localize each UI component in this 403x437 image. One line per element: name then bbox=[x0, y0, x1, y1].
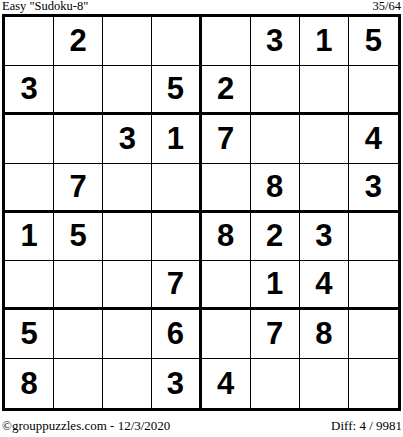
cell-r5c1[interactable]: 1 bbox=[5, 213, 54, 262]
cell-r5c2[interactable]: 5 bbox=[54, 213, 103, 262]
cell-r4c3[interactable] bbox=[103, 164, 152, 213]
difficulty-text: Diff: 4 / 9981 bbox=[331, 418, 402, 434]
cell-r7c2[interactable] bbox=[54, 310, 103, 359]
cell-r7c5[interactable] bbox=[202, 310, 251, 359]
cell-r7c8[interactable] bbox=[349, 310, 398, 359]
cell-r4c1[interactable] bbox=[5, 164, 54, 213]
cell-r3c1[interactable] bbox=[5, 115, 54, 164]
cell-r5c7[interactable]: 3 bbox=[300, 213, 349, 262]
cell-r5c5[interactable]: 8 bbox=[202, 213, 251, 262]
cell-r8c6[interactable] bbox=[251, 359, 300, 408]
cell-r2c6[interactable] bbox=[251, 66, 300, 115]
cell-r3c8[interactable]: 4 bbox=[349, 115, 398, 164]
page-header: Easy "Sudoku-8" 35/64 bbox=[2, 0, 401, 13]
cell-r5c3[interactable] bbox=[103, 213, 152, 262]
cell-r3c7[interactable] bbox=[300, 115, 349, 164]
cell-r2c4[interactable]: 5 bbox=[152, 66, 201, 115]
cell-r2c5[interactable]: 2 bbox=[202, 66, 251, 115]
cell-r2c1[interactable]: 3 bbox=[5, 66, 54, 115]
cell-r1c3[interactable] bbox=[103, 17, 152, 66]
sudoku-grid: 23153523174783158237145678834 bbox=[2, 14, 401, 411]
cell-r1c8[interactable]: 5 bbox=[349, 17, 398, 66]
cell-r2c2[interactable] bbox=[54, 66, 103, 115]
cell-r3c3[interactable]: 3 bbox=[103, 115, 152, 164]
cell-r6c8[interactable] bbox=[349, 261, 398, 310]
cell-r4c6[interactable]: 8 bbox=[251, 164, 300, 213]
cell-r2c3[interactable] bbox=[103, 66, 152, 115]
cell-r1c1[interactable] bbox=[5, 17, 54, 66]
cell-r1c4[interactable] bbox=[152, 17, 201, 66]
cell-r4c8[interactable]: 3 bbox=[349, 164, 398, 213]
cell-r7c1[interactable]: 5 bbox=[5, 310, 54, 359]
cell-r5c8[interactable] bbox=[349, 213, 398, 262]
cell-r4c7[interactable] bbox=[300, 164, 349, 213]
cell-r8c1[interactable]: 8 bbox=[5, 359, 54, 408]
cell-r8c3[interactable] bbox=[103, 359, 152, 408]
cell-r8c7[interactable] bbox=[300, 359, 349, 408]
cell-r6c4[interactable]: 7 bbox=[152, 261, 201, 310]
cell-r6c3[interactable] bbox=[103, 261, 152, 310]
cell-r8c8[interactable] bbox=[349, 359, 398, 408]
blank-cell-counter: 35/64 bbox=[373, 0, 401, 13]
cell-r2c8[interactable] bbox=[349, 66, 398, 115]
cell-r7c4[interactable]: 6 bbox=[152, 310, 201, 359]
cell-r6c6[interactable]: 1 bbox=[251, 261, 300, 310]
cell-r4c4[interactable] bbox=[152, 164, 201, 213]
cell-r7c7[interactable]: 8 bbox=[300, 310, 349, 359]
sudoku-page: Easy "Sudoku-8" 35/64 231535231747831582… bbox=[0, 0, 403, 437]
puzzle-title: Easy "Sudoku-8" bbox=[2, 0, 88, 13]
cell-r4c2[interactable]: 7 bbox=[54, 164, 103, 213]
cell-r5c4[interactable] bbox=[152, 213, 201, 262]
cell-r6c2[interactable] bbox=[54, 261, 103, 310]
cell-r3c5[interactable]: 7 bbox=[202, 115, 251, 164]
cell-r1c5[interactable] bbox=[202, 17, 251, 66]
cell-r3c6[interactable] bbox=[251, 115, 300, 164]
cell-r6c7[interactable]: 4 bbox=[300, 261, 349, 310]
cell-r2c7[interactable] bbox=[300, 66, 349, 115]
cell-r4c5[interactable] bbox=[202, 164, 251, 213]
page-footer: ©grouppuzzles.com - 12/3/2020 Diff: 4 / … bbox=[2, 418, 402, 434]
cell-r6c1[interactable] bbox=[5, 261, 54, 310]
cell-r8c2[interactable] bbox=[54, 359, 103, 408]
cell-r5c6[interactable]: 2 bbox=[251, 213, 300, 262]
cell-r1c7[interactable]: 1 bbox=[300, 17, 349, 66]
cell-r7c3[interactable] bbox=[103, 310, 152, 359]
cell-r1c2[interactable]: 2 bbox=[54, 17, 103, 66]
cell-r8c4[interactable]: 3 bbox=[152, 359, 201, 408]
cell-r3c4[interactable]: 1 bbox=[152, 115, 201, 164]
cell-r7c6[interactable]: 7 bbox=[251, 310, 300, 359]
cell-r1c6[interactable]: 3 bbox=[251, 17, 300, 66]
cell-r8c5[interactable]: 4 bbox=[202, 359, 251, 408]
cell-r6c5[interactable] bbox=[202, 261, 251, 310]
copyright-text: ©grouppuzzles.com - 12/3/2020 bbox=[2, 418, 170, 434]
cell-r3c2[interactable] bbox=[54, 115, 103, 164]
